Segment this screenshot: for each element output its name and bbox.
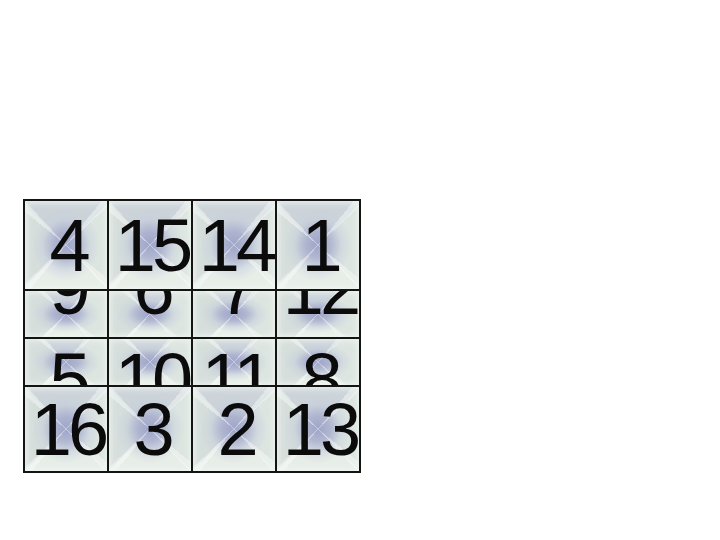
cell-r1c2: 15 [109,201,191,289]
cell-value: 1 [301,209,338,283]
cell-r4c4: 13 [277,387,359,471]
cell-r4c2: 3 [109,387,191,471]
cell-value: 5 [49,343,86,385]
cell-value: 2 [217,393,254,467]
cell-value: 13 [283,393,357,467]
cell-value: 8 [301,343,338,385]
magic-square-grid: 41514196712510118163213 [23,199,361,473]
cell-value: 4 [49,209,86,283]
cell-r4c1: 16 [25,387,107,471]
cell-r1c3: 14 [193,201,275,289]
cell-value: 9 [49,291,86,326]
cell-r2c1: 9 [25,291,107,337]
cell-value: 15 [115,209,189,283]
cell-value: 16 [31,393,105,467]
cell-value: 3 [133,393,170,467]
cell-value: 12 [283,291,357,326]
cell-value: 10 [115,343,189,385]
slide-canvas: 41514196712510118163213 [0,0,720,540]
cell-r4c3: 2 [193,387,275,471]
cell-value: 14 [199,209,273,283]
cell-r2c4: 12 [277,291,359,337]
cell-r3c3: 11 [193,339,275,385]
cell-r2c2: 6 [109,291,191,337]
cell-value: 7 [217,291,254,326]
cell-r2c3: 7 [193,291,275,337]
cell-value: 11 [202,343,271,385]
cell-r1c1: 4 [25,201,107,289]
cell-r3c2: 10 [109,339,191,385]
cell-r3c4: 8 [277,339,359,385]
cell-value: 6 [133,291,170,326]
cell-r3c1: 5 [25,339,107,385]
cell-r1c4: 1 [277,201,359,289]
